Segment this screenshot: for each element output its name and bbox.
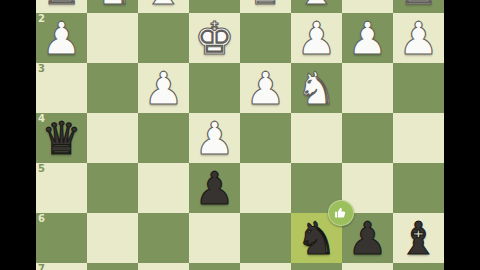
square-g6[interactable] — [87, 213, 138, 263]
piece-black-bishop-a6[interactable]: ♝ — [393, 213, 444, 263]
square-h6[interactable]: 6 — [36, 213, 87, 263]
square-a7[interactable] — [393, 263, 444, 270]
square-a6[interactable]: ♝ — [393, 213, 444, 263]
square-c6[interactable]: ♞ — [291, 213, 342, 263]
piece-white-pawn-e4[interactable]: ♟ — [189, 113, 240, 163]
square-e2[interactable]: ♚ — [189, 13, 240, 63]
square-e7[interactable] — [189, 263, 240, 270]
square-g3[interactable] — [87, 63, 138, 113]
square-e4[interactable]: ♟ — [189, 113, 240, 163]
piece-white-pawn-b2[interactable]: ♟ — [342, 13, 393, 63]
square-g7[interactable] — [87, 263, 138, 270]
square-h2[interactable]: 2♟ — [36, 13, 87, 63]
square-f3[interactable]: ♟ — [138, 63, 189, 113]
square-b7[interactable] — [342, 263, 393, 270]
square-f2[interactable] — [138, 13, 189, 63]
square-d3[interactable]: ♟ — [240, 63, 291, 113]
piece-white-pawn-h2[interactable]: ♟ — [36, 13, 87, 63]
square-a5[interactable] — [393, 163, 444, 213]
square-f4[interactable] — [138, 113, 189, 163]
square-c4[interactable] — [291, 113, 342, 163]
rank-label-3: 3 — [38, 64, 45, 74]
square-a4[interactable] — [393, 113, 444, 163]
square-h7[interactable]: 7 — [36, 263, 87, 270]
square-e3[interactable] — [189, 63, 240, 113]
square-b2[interactable]: ♟ — [342, 13, 393, 63]
square-g5[interactable] — [87, 163, 138, 213]
thumbs-up-icon — [333, 205, 349, 221]
piece-white-pawn-a2[interactable]: ♟ — [393, 13, 444, 63]
rank-label-6: 6 — [38, 214, 45, 224]
square-c3[interactable]: ♞ — [291, 63, 342, 113]
square-d7[interactable] — [240, 263, 291, 270]
chess-board: 1♜♞♝♛♝♜2♟♚♟♟♟3♟♟♞4♛♟5♟6♞♟♝78 — [36, 0, 444, 270]
piece-white-pawn-d3[interactable]: ♟ — [240, 63, 291, 113]
square-f6[interactable] — [138, 213, 189, 263]
square-d5[interactable] — [240, 163, 291, 213]
square-a2[interactable]: ♟ — [393, 13, 444, 63]
square-g4[interactable] — [87, 113, 138, 163]
chess-app-viewport: 1♜♞♝♛♝♜2♟♚♟♟♟3♟♟♞4♛♟5♟6♞♟♝78 — [0, 0, 480, 270]
rank-label-7: 7 — [38, 264, 45, 270]
piece-white-pawn-c2[interactable]: ♟ — [291, 13, 342, 63]
square-b4[interactable] — [342, 113, 393, 163]
square-e5[interactable]: ♟ — [189, 163, 240, 213]
square-c7[interactable] — [291, 263, 342, 270]
piece-white-bishop-f1[interactable]: ♝ — [138, 0, 189, 13]
rank-label-5: 5 — [38, 164, 45, 174]
piece-white-queen-d1[interactable]: ♛ — [240, 0, 291, 13]
square-h3[interactable]: 3 — [36, 63, 87, 113]
square-f1[interactable]: ♝ — [138, 0, 189, 13]
square-g2[interactable] — [87, 13, 138, 63]
square-h5[interactable]: 5 — [36, 163, 87, 213]
piece-black-pawn-e5[interactable]: ♟ — [189, 163, 240, 213]
square-c2[interactable]: ♟ — [291, 13, 342, 63]
good-move-badge — [328, 200, 354, 226]
piece-white-pawn-f3[interactable]: ♟ — [138, 63, 189, 113]
piece-white-knight-g1[interactable]: ♞ — [87, 0, 138, 13]
piece-white-king-e2[interactable]: ♚ — [189, 13, 240, 63]
piece-white-knight-c3[interactable]: ♞ — [291, 63, 342, 113]
square-f7[interactable] — [138, 263, 189, 270]
square-d2[interactable] — [240, 13, 291, 63]
square-d6[interactable] — [240, 213, 291, 263]
square-d4[interactable] — [240, 113, 291, 163]
square-f5[interactable] — [138, 163, 189, 213]
piece-black-queen-h4[interactable]: ♛ — [36, 113, 87, 163]
square-g1[interactable]: ♞ — [87, 0, 138, 13]
square-b3[interactable] — [342, 63, 393, 113]
square-e6[interactable] — [189, 213, 240, 263]
square-h4[interactable]: 4♛ — [36, 113, 87, 163]
square-a3[interactable] — [393, 63, 444, 113]
square-d1[interactable]: ♛ — [240, 0, 291, 13]
